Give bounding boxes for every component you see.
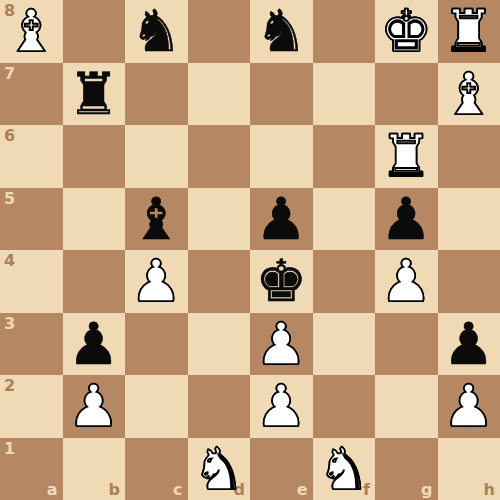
white-rook-g6[interactable]: ♜︎: [380, 127, 432, 185]
square-h6[interactable]: [438, 125, 500, 188]
square-h8[interactable]: ♜︎: [438, 0, 500, 63]
square-e2[interactable]: ♟︎: [250, 375, 313, 438]
square-h1[interactable]: h: [438, 438, 500, 500]
rank-label-2: 2: [4, 378, 15, 394]
square-f8[interactable]: [313, 0, 376, 63]
square-g4[interactable]: ♟︎: [375, 250, 438, 313]
square-d6[interactable]: [188, 125, 251, 188]
black-pawn-e5[interactable]: ♟︎: [255, 190, 307, 248]
black-pawn-h3[interactable]: ♟︎: [443, 315, 495, 373]
square-b2[interactable]: ♟︎: [63, 375, 126, 438]
square-b7[interactable]: ♜︎: [63, 63, 126, 126]
rank-label-5: 5: [4, 191, 15, 207]
rank-label-6: 6: [4, 128, 15, 144]
square-g2[interactable]: [375, 375, 438, 438]
square-a3[interactable]: 3: [0, 313, 63, 376]
square-g5[interactable]: ♟︎: [375, 188, 438, 251]
white-knight-f1[interactable]: ♞︎: [318, 440, 370, 498]
square-b6[interactable]: [63, 125, 126, 188]
white-pawn-h2[interactable]: ♟︎: [443, 377, 495, 435]
file-label-b: b: [109, 482, 120, 498]
square-f7[interactable]: [313, 63, 376, 126]
file-label-a: a: [47, 482, 58, 498]
file-label-g: g: [421, 482, 432, 498]
square-g1[interactable]: g: [375, 438, 438, 500]
square-f2[interactable]: [313, 375, 376, 438]
black-rook-b7[interactable]: ♜︎: [68, 65, 120, 123]
square-f1[interactable]: f♞︎: [313, 438, 376, 500]
square-a1[interactable]: 1a: [0, 438, 63, 500]
white-pawn-e2[interactable]: ♟︎: [255, 377, 307, 435]
square-d4[interactable]: [188, 250, 251, 313]
square-b8[interactable]: [63, 0, 126, 63]
square-c7[interactable]: [125, 63, 188, 126]
square-b5[interactable]: [63, 188, 126, 251]
rank-label-4: 4: [4, 253, 15, 269]
square-g6[interactable]: ♜︎: [375, 125, 438, 188]
square-h7[interactable]: ♝︎: [438, 63, 500, 126]
square-g7[interactable]: [375, 63, 438, 126]
square-a4[interactable]: 4: [0, 250, 63, 313]
black-knight-c8[interactable]: ♞︎: [130, 2, 182, 60]
white-pawn-e3[interactable]: ♟︎: [255, 315, 307, 373]
chess-board: 8♝︎♞︎♞︎♚︎♜︎7♜︎♝︎6♜︎5♝︎♟︎♟︎4♟︎♚︎♟︎3♟︎♟︎♟︎…: [0, 0, 500, 500]
square-e1[interactable]: e: [250, 438, 313, 500]
square-f3[interactable]: [313, 313, 376, 376]
square-c3[interactable]: [125, 313, 188, 376]
square-c5[interactable]: ♝︎: [125, 188, 188, 251]
white-bishop-h7[interactable]: ♝︎: [443, 65, 495, 123]
square-b4[interactable]: [63, 250, 126, 313]
white-knight-d1[interactable]: ♞︎: [193, 440, 245, 498]
square-d1[interactable]: d♞︎: [188, 438, 251, 500]
square-c1[interactable]: c: [125, 438, 188, 500]
white-bishop-a8[interactable]: ♝︎: [5, 2, 57, 60]
square-b1[interactable]: b: [63, 438, 126, 500]
rank-label-7: 7: [4, 66, 15, 82]
square-c8[interactable]: ♞︎: [125, 0, 188, 63]
square-d5[interactable]: [188, 188, 251, 251]
square-c6[interactable]: [125, 125, 188, 188]
square-a6[interactable]: 6: [0, 125, 63, 188]
file-label-e: e: [297, 482, 308, 498]
square-e8[interactable]: ♞︎: [250, 0, 313, 63]
square-f5[interactable]: [313, 188, 376, 251]
black-king-e4[interactable]: ♚︎: [255, 252, 307, 310]
square-d8[interactable]: [188, 0, 251, 63]
square-a5[interactable]: 5: [0, 188, 63, 251]
rank-label-3: 3: [4, 316, 15, 332]
square-h5[interactable]: [438, 188, 500, 251]
square-h3[interactable]: ♟︎: [438, 313, 500, 376]
square-c2[interactable]: [125, 375, 188, 438]
black-pawn-b3[interactable]: ♟︎: [68, 315, 120, 373]
square-d2[interactable]: [188, 375, 251, 438]
black-knight-e8[interactable]: ♞︎: [255, 2, 307, 60]
square-h2[interactable]: ♟︎: [438, 375, 500, 438]
square-e7[interactable]: [250, 63, 313, 126]
square-e5[interactable]: ♟︎: [250, 188, 313, 251]
square-c4[interactable]: ♟︎: [125, 250, 188, 313]
file-label-c: c: [173, 482, 182, 498]
white-pawn-b2[interactable]: ♟︎: [68, 377, 120, 435]
square-e3[interactable]: ♟︎: [250, 313, 313, 376]
square-e6[interactable]: [250, 125, 313, 188]
white-rook-h8[interactable]: ♜︎: [443, 2, 495, 60]
square-b3[interactable]: ♟︎: [63, 313, 126, 376]
black-pawn-g5[interactable]: ♟︎: [380, 190, 432, 248]
file-label-h: h: [484, 482, 495, 498]
square-a7[interactable]: 7: [0, 63, 63, 126]
square-g8[interactable]: ♚︎: [375, 0, 438, 63]
square-h4[interactable]: [438, 250, 500, 313]
white-king-g8[interactable]: ♚︎: [380, 2, 432, 60]
square-f4[interactable]: [313, 250, 376, 313]
square-d7[interactable]: [188, 63, 251, 126]
square-a2[interactable]: 2: [0, 375, 63, 438]
square-a8[interactable]: 8♝︎: [0, 0, 63, 63]
white-pawn-c4[interactable]: ♟︎: [130, 252, 182, 310]
square-f6[interactable]: [313, 125, 376, 188]
rank-label-1: 1: [4, 441, 15, 457]
square-d3[interactable]: [188, 313, 251, 376]
square-g3[interactable]: [375, 313, 438, 376]
black-bishop-c5[interactable]: ♝︎: [130, 190, 182, 248]
square-e4[interactable]: ♚︎: [250, 250, 313, 313]
white-pawn-g4[interactable]: ♟︎: [380, 252, 432, 310]
